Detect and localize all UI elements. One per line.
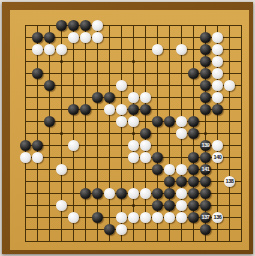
white-stone [140,152,151,163]
white-stone [68,212,79,223]
white-stone [56,200,67,211]
black-stone [200,32,211,43]
black-stone [200,80,211,91]
white-stone [32,44,43,55]
white-stone [128,212,139,223]
white-stone [116,80,127,91]
black-stone [200,92,211,103]
star-point [204,132,207,135]
move-number-label: 141 [200,164,211,175]
white-stone [104,188,115,199]
move-number-label: 137 [200,212,211,223]
white-stone [128,188,139,199]
white-stone [152,212,163,223]
black-stone [164,176,175,187]
white-stone [152,44,163,55]
black-stone [68,104,79,115]
black-stone [164,116,175,127]
white-stone [116,116,127,127]
white-stone [56,164,67,175]
white-stone [212,92,223,103]
white-stone [212,140,223,151]
white-stone [176,200,187,211]
white-stone [20,152,31,163]
black-stone [200,152,211,163]
star-point [60,132,63,135]
go-app-window: 136137138139140141 [0,0,255,256]
white-stone [68,140,79,151]
white-stone [164,164,175,175]
black-stone [152,200,163,211]
star-point [132,204,135,207]
white-stone [128,140,139,151]
black-stone [200,44,211,55]
black-stone [104,224,115,235]
black-stone [56,20,67,31]
white-stone [44,44,55,55]
white-stone [164,212,175,223]
white-stone [176,164,187,175]
black-stone [200,56,211,67]
grid-line [229,25,230,242]
white-stone [68,32,79,43]
black-stone [200,68,211,79]
black-stone [92,92,103,103]
black-stone [128,104,139,115]
black-stone [188,68,199,79]
black-stone [44,116,55,127]
black-stone [140,128,151,139]
board-frame: 136137138139140141 [2,2,253,254]
black-stone [92,212,103,223]
white-stone [176,212,187,223]
black-stone [176,176,187,187]
white-stone [116,224,127,235]
black-stone [152,152,163,163]
white-stone [176,44,187,55]
white-stone [116,212,127,223]
white-stone [212,80,223,91]
white-stone [212,32,223,43]
white-stone [92,20,103,31]
black-stone [80,20,91,31]
white-stone [212,68,223,79]
black-stone [152,164,163,175]
black-stone [164,200,175,211]
black-stone [152,188,163,199]
go-board[interactable]: 136137138139140141 [10,10,249,250]
black-stone [32,140,43,151]
white-stone [32,152,43,163]
white-stone [56,44,67,55]
white-stone [92,32,103,43]
grid-line [241,25,242,242]
black-stone [20,140,31,151]
black-stone [44,80,55,91]
black-stone [200,224,211,235]
white-stone [140,92,151,103]
black-stone [164,188,175,199]
black-stone [212,104,223,115]
black-stone [188,176,199,187]
white-stone [80,32,91,43]
white-stone [176,188,187,199]
white-stone [116,104,127,115]
black-stone [44,32,55,43]
white-stone [224,80,235,91]
black-stone [188,200,199,211]
move-number-label: 140 [212,152,223,163]
black-stone [32,68,43,79]
star-point [132,132,135,135]
star-point [132,60,135,63]
black-stone [68,20,79,31]
black-stone [80,188,91,199]
white-stone [176,128,187,139]
black-stone [188,128,199,139]
black-stone [116,188,127,199]
white-stone [140,188,151,199]
black-stone [104,92,115,103]
move-number-label: 138 [224,176,235,187]
white-stone [128,116,139,127]
white-stone [212,44,223,55]
black-stone [80,104,91,115]
black-stone [32,32,43,43]
grid-line [25,241,242,242]
black-stone [200,104,211,115]
black-stone [188,188,199,199]
black-stone [188,212,199,223]
white-stone [128,92,139,103]
black-stone [200,176,211,187]
black-stone [200,188,211,199]
move-number-label: 136 [212,212,223,223]
black-stone [188,164,199,175]
black-stone [200,200,211,211]
black-stone [188,152,199,163]
white-stone [212,56,223,67]
white-stone [128,152,139,163]
black-stone [188,116,199,127]
black-stone [140,104,151,115]
move-number-label: 139 [200,140,211,151]
black-stone [152,116,163,127]
star-point [60,60,63,63]
white-stone [140,212,151,223]
white-stone [176,116,187,127]
white-stone [140,140,151,151]
black-stone [92,188,103,199]
white-stone [104,104,115,115]
